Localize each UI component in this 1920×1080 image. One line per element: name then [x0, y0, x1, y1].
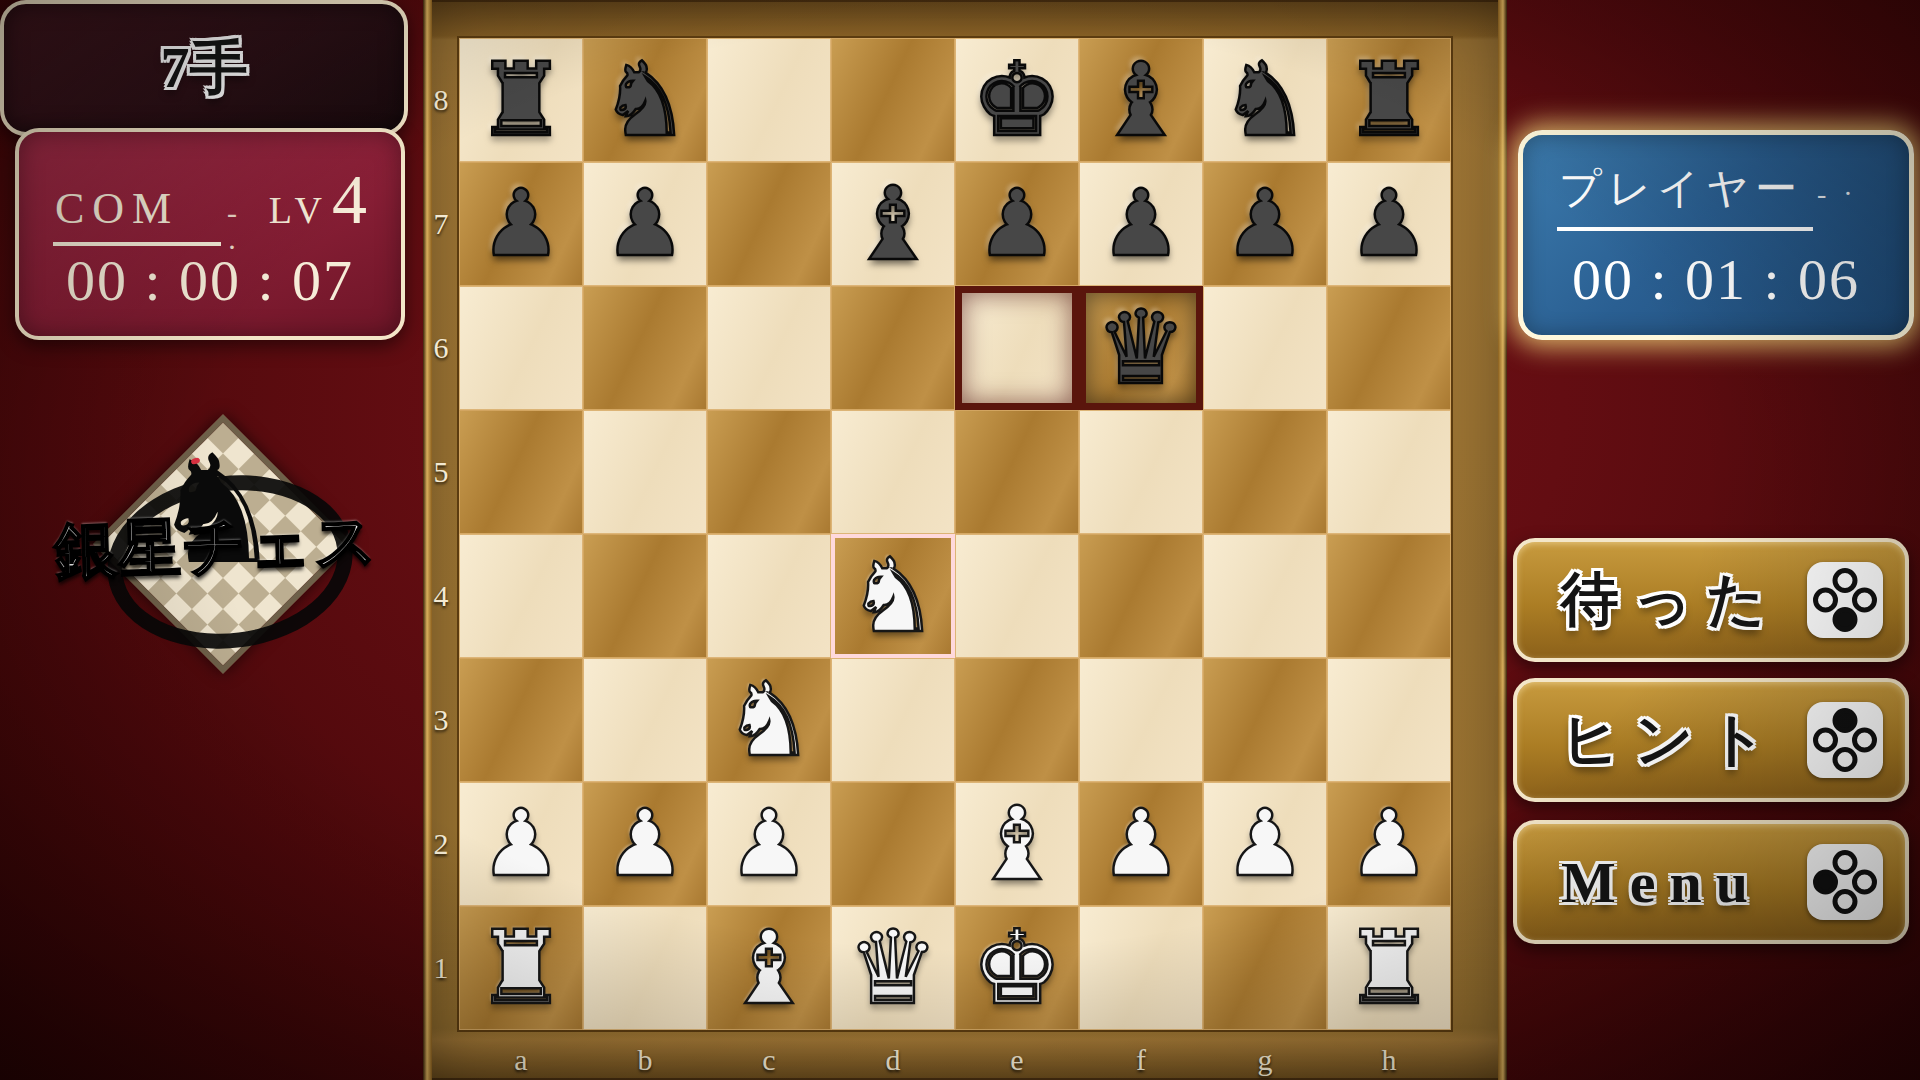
hint-button[interactable]: ヒント — [1513, 678, 1909, 802]
square-f1[interactable] — [1079, 906, 1203, 1030]
square-f3[interactable] — [1079, 658, 1203, 782]
piece-black-pawn: ♟ — [1204, 163, 1326, 285]
square-a4[interactable] — [459, 534, 583, 658]
square-f7[interactable]: ♟ — [1079, 162, 1203, 286]
logo-title: 銀星チェス — [14, 497, 421, 595]
square-b2[interactable]: ♟ — [583, 782, 707, 906]
square-b7[interactable]: ♟ — [583, 162, 707, 286]
square-f2[interactable]: ♟ — [1079, 782, 1203, 906]
square-f4[interactable] — [1079, 534, 1203, 658]
square-e1[interactable]: ♚ — [955, 906, 1079, 1030]
square-d8[interactable] — [831, 38, 955, 162]
file-label-c: c — [707, 1040, 831, 1080]
piece-white-pawn: ♟ — [1328, 783, 1450, 905]
player-underline-dots: ‐ · — [1817, 178, 1858, 209]
piece-white-pawn: ♟ — [1080, 783, 1202, 905]
square-e7[interactable]: ♟ — [955, 162, 1079, 286]
piece-white-rook: ♜ — [460, 907, 582, 1029]
square-c4[interactable] — [707, 534, 831, 658]
square-a6[interactable] — [459, 286, 583, 410]
square-a5[interactable] — [459, 410, 583, 534]
com-level-label: LV — [269, 188, 328, 232]
square-g3[interactable] — [1203, 658, 1327, 782]
hint-button-label: ヒント — [1561, 701, 1781, 779]
square-a1[interactable]: ♜ — [459, 906, 583, 1030]
piece-black-pawn: ♟ — [1080, 163, 1202, 285]
file-label-d: d — [831, 1040, 955, 1080]
square-d7[interactable]: ♝ — [831, 162, 955, 286]
piece-black-rook: ♜ — [460, 39, 582, 161]
square-a2[interactable]: ♟ — [459, 782, 583, 906]
file-label-h: h — [1327, 1040, 1451, 1080]
rank-label-8: 8 — [423, 38, 459, 162]
menu-button-label: Menu — [1561, 849, 1762, 916]
piece-white-pawn: ♟ — [584, 783, 706, 905]
square-c2[interactable]: ♟ — [707, 782, 831, 906]
square-h6[interactable] — [1327, 286, 1451, 410]
square-f5[interactable] — [1079, 410, 1203, 534]
rank-label-7: 7 — [423, 162, 459, 286]
square-g2[interactable]: ♟ — [1203, 782, 1327, 906]
square-h5[interactable] — [1327, 410, 1451, 534]
piece-black-rook: ♜ — [1328, 39, 1450, 161]
player-label: プレイヤー — [1557, 161, 1813, 231]
piece-black-bishop: ♝ — [1080, 39, 1202, 161]
square-b3[interactable] — [583, 658, 707, 782]
piece-white-pawn: ♟ — [460, 783, 582, 905]
com-label: COM — [53, 183, 221, 246]
piece-black-knight: ♞ — [1204, 39, 1326, 161]
square-d4[interactable]: ♞ — [831, 534, 955, 658]
file-label-a: a — [459, 1040, 583, 1080]
gamepad-buttons-icon — [1807, 562, 1883, 638]
square-e6[interactable] — [955, 286, 1079, 410]
square-c8[interactable] — [707, 38, 831, 162]
piece-black-pawn: ♟ — [956, 163, 1078, 285]
square-d3[interactable] — [831, 658, 955, 782]
square-c1[interactable]: ♝ — [707, 906, 831, 1030]
piece-white-queen: ♛ — [832, 907, 954, 1029]
piece-white-pawn: ♟ — [1204, 783, 1326, 905]
square-e2[interactable]: ♝ — [955, 782, 1079, 906]
piece-white-pawn: ♟ — [708, 783, 830, 905]
square-b5[interactable] — [583, 410, 707, 534]
square-b6[interactable] — [583, 286, 707, 410]
menu-button[interactable]: Menu — [1513, 820, 1909, 944]
piece-black-pawn: ♟ — [460, 163, 582, 285]
file-label-g: g — [1203, 1040, 1327, 1080]
square-g6[interactable] — [1203, 286, 1327, 410]
square-g7[interactable]: ♟ — [1203, 162, 1327, 286]
square-a3[interactable] — [459, 658, 583, 782]
piece-black-pawn: ♟ — [584, 163, 706, 285]
square-h2[interactable]: ♟ — [1327, 782, 1451, 906]
square-h4[interactable] — [1327, 534, 1451, 658]
square-h3[interactable] — [1327, 658, 1451, 782]
piece-black-bishop: ♝ — [832, 163, 954, 285]
rank-label-5: 5 — [423, 410, 459, 534]
square-g1[interactable] — [1203, 906, 1327, 1030]
com-level-value: 4 — [332, 160, 367, 240]
square-d1[interactable]: ♛ — [831, 906, 955, 1030]
square-a8[interactable]: ♜ — [459, 38, 583, 162]
rank-label-4: 4 — [423, 534, 459, 658]
rank-label-1: 1 — [423, 906, 459, 1030]
square-e8[interactable]: ♚ — [955, 38, 1079, 162]
square-c7[interactable] — [707, 162, 831, 286]
piece-black-king: ♚ — [956, 39, 1078, 161]
rank-label-2: 2 — [423, 782, 459, 906]
piece-black-queen: ♛ — [1086, 293, 1196, 403]
square-f8[interactable]: ♝ — [1079, 38, 1203, 162]
rank-label-6: 6 — [423, 286, 459, 410]
board-frame: ♜♞♚♝♞♜♟♟♝♟♟♟♟♛♞♞♟♟♟♝♟♟♟♜♝♛♚♜ 87654321 ab… — [423, 0, 1507, 1080]
move-counter-panel: 7手 — [0, 0, 408, 136]
piece-black-knight: ♞ — [584, 39, 706, 161]
square-b4[interactable] — [583, 534, 707, 658]
square-e4[interactable] — [955, 534, 1079, 658]
square-c3[interactable]: ♞ — [707, 658, 831, 782]
gamepad-buttons-icon — [1807, 844, 1883, 920]
com-panel: COM ‐ · LV 4 00 : 00 : 07 — [15, 128, 405, 340]
square-h1[interactable]: ♜ — [1327, 906, 1451, 1030]
rank-label-3: 3 — [423, 658, 459, 782]
square-e5[interactable] — [955, 410, 1079, 534]
square-c6[interactable] — [707, 286, 831, 410]
gamepad-buttons-icon — [1807, 702, 1883, 778]
board-grid: ♜♞♚♝♞♜♟♟♝♟♟♟♟♛♞♞♟♟♟♝♟♟♟♜♝♛♚♜ — [459, 38, 1451, 1030]
piece-white-bishop: ♝ — [708, 907, 830, 1029]
app-logo: ♞ 銀星チェス — [15, 392, 419, 702]
square-h7[interactable]: ♟ — [1327, 162, 1451, 286]
square-g8[interactable]: ♞ — [1203, 38, 1327, 162]
square-d6[interactable] — [831, 286, 955, 410]
piece-white-knight: ♞ — [708, 659, 830, 781]
piece-white-bishop: ♝ — [956, 783, 1078, 905]
move-counter-text: 7手 — [161, 29, 248, 107]
square-h8[interactable]: ♜ — [1327, 38, 1451, 162]
player-timer: 00 : 01 : 06 — [1523, 246, 1909, 313]
piece-white-rook: ♜ — [1328, 907, 1450, 1029]
square-e3[interactable] — [955, 658, 1079, 782]
undo-button-label: 待った — [1561, 561, 1780, 639]
square-b8[interactable]: ♞ — [583, 38, 707, 162]
file-label-e: e — [955, 1040, 1079, 1080]
square-g5[interactable] — [1203, 410, 1327, 534]
file-label-b: b — [583, 1040, 707, 1080]
square-b1[interactable] — [583, 906, 707, 1030]
com-timer: 00 : 00 : 07 — [19, 247, 401, 314]
square-f6[interactable]: ♛ — [1079, 286, 1203, 410]
file-label-f: f — [1079, 1040, 1203, 1080]
undo-button[interactable]: 待った — [1513, 538, 1909, 662]
square-d2[interactable] — [831, 782, 955, 906]
player-panel: プレイヤー ‐ · 00 : 01 : 06 — [1518, 130, 1914, 340]
piece-white-knight: ♞ — [835, 538, 951, 654]
piece-black-pawn: ♟ — [1328, 163, 1450, 285]
square-c5[interactable] — [707, 410, 831, 534]
square-g4[interactable] — [1203, 534, 1327, 658]
piece-white-king: ♚ — [956, 907, 1078, 1029]
square-a7[interactable]: ♟ — [459, 162, 583, 286]
square-d5[interactable] — [831, 410, 955, 534]
